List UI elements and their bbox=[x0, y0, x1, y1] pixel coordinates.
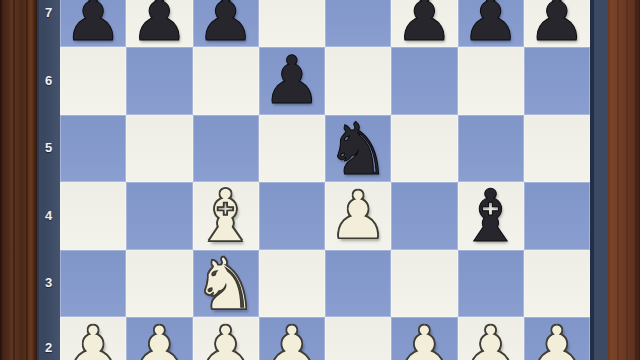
square-c3[interactable]: ♞ bbox=[193, 250, 259, 317]
square-d5[interactable] bbox=[259, 115, 325, 182]
wood-table-right-edge bbox=[608, 0, 640, 360]
square-f3[interactable] bbox=[391, 250, 457, 317]
rank-label-6: 6 bbox=[37, 72, 60, 90]
square-d3[interactable] bbox=[259, 250, 325, 317]
rank-label-2: 2 bbox=[37, 339, 60, 357]
square-h7[interactable]: ♟ bbox=[524, 0, 590, 47]
square-h2[interactable]: ♟ bbox=[524, 317, 590, 360]
white-pawn[interactable]: ♟ bbox=[130, 318, 189, 360]
square-f5[interactable] bbox=[391, 115, 457, 182]
square-g2[interactable]: ♟ bbox=[458, 317, 524, 360]
square-c7[interactable]: ♟ bbox=[193, 0, 259, 47]
square-g7[interactable]: ♟ bbox=[458, 0, 524, 47]
rank-label-3: 3 bbox=[37, 274, 60, 292]
board-frame-right bbox=[590, 0, 608, 360]
square-e2[interactable] bbox=[325, 317, 391, 360]
rank-label-5: 5 bbox=[37, 139, 60, 157]
white-pawn[interactable]: ♟ bbox=[395, 318, 454, 360]
black-pawn[interactable]: ♟ bbox=[461, 0, 520, 51]
square-g3[interactable] bbox=[458, 250, 524, 317]
square-a7[interactable]: ♟ bbox=[60, 0, 126, 47]
white-pawn[interactable]: ♟ bbox=[461, 318, 520, 360]
black-pawn[interactable]: ♟ bbox=[395, 0, 454, 51]
square-b5[interactable] bbox=[126, 115, 192, 182]
rank-label-7: 7 bbox=[37, 4, 60, 22]
square-f6[interactable] bbox=[391, 47, 457, 115]
square-e6[interactable] bbox=[325, 47, 391, 115]
black-pawn[interactable]: ♟ bbox=[64, 0, 123, 51]
black-pawn[interactable]: ♟ bbox=[262, 48, 321, 114]
square-d2[interactable]: ♟ bbox=[259, 317, 325, 360]
square-h4[interactable] bbox=[524, 182, 590, 250]
wood-table-left-edge bbox=[0, 0, 37, 360]
square-a6[interactable] bbox=[60, 47, 126, 115]
square-d4[interactable] bbox=[259, 182, 325, 250]
square-a4[interactable] bbox=[60, 182, 126, 250]
square-f4[interactable] bbox=[391, 182, 457, 250]
board: ♟♟♟♟♟♟♟♞♝♟♝♞♟♟♟♟♟♟♟ bbox=[60, 0, 590, 360]
square-e3[interactable] bbox=[325, 250, 391, 317]
square-b7[interactable]: ♟ bbox=[126, 0, 192, 47]
board-frame-rank-labels: 765432 bbox=[37, 0, 60, 360]
square-d7[interactable] bbox=[259, 0, 325, 47]
white-pawn[interactable]: ♟ bbox=[64, 318, 123, 360]
square-b6[interactable] bbox=[126, 47, 192, 115]
white-pawn[interactable]: ♟ bbox=[262, 318, 321, 360]
square-h3[interactable] bbox=[524, 250, 590, 317]
black-pawn[interactable]: ♟ bbox=[196, 0, 255, 51]
black-knight[interactable]: ♞ bbox=[326, 113, 391, 185]
square-g5[interactable] bbox=[458, 115, 524, 182]
square-e7[interactable] bbox=[325, 0, 391, 47]
chess-scene: 765432 ♟♟♟♟♟♟♟♞♝♟♝♞♟♟♟♟♟♟♟ bbox=[0, 0, 640, 360]
square-e4[interactable]: ♟ bbox=[325, 182, 391, 250]
square-c2[interactable]: ♟ bbox=[193, 317, 259, 360]
white-pawn[interactable]: ♟ bbox=[329, 183, 388, 249]
square-a2[interactable]: ♟ bbox=[60, 317, 126, 360]
square-c6[interactable] bbox=[193, 47, 259, 115]
square-h6[interactable] bbox=[524, 47, 590, 115]
black-pawn[interactable]: ♟ bbox=[527, 0, 586, 51]
square-h5[interactable] bbox=[524, 115, 590, 182]
white-pawn[interactable]: ♟ bbox=[196, 318, 255, 360]
black-pawn[interactable]: ♟ bbox=[130, 0, 189, 51]
square-g4[interactable]: ♝ bbox=[458, 182, 524, 250]
square-g6[interactable] bbox=[458, 47, 524, 115]
white-knight[interactable]: ♞ bbox=[193, 248, 258, 320]
square-b2[interactable]: ♟ bbox=[126, 317, 192, 360]
square-f7[interactable]: ♟ bbox=[391, 0, 457, 47]
square-f2[interactable]: ♟ bbox=[391, 317, 457, 360]
rank-label-4: 4 bbox=[37, 207, 60, 225]
black-bishop[interactable]: ♝ bbox=[458, 180, 523, 252]
square-c4[interactable]: ♝ bbox=[193, 182, 259, 250]
square-b4[interactable] bbox=[126, 182, 192, 250]
square-e5[interactable]: ♞ bbox=[325, 115, 391, 182]
square-a5[interactable] bbox=[60, 115, 126, 182]
square-c5[interactable] bbox=[193, 115, 259, 182]
square-b3[interactable] bbox=[126, 250, 192, 317]
square-a3[interactable] bbox=[60, 250, 126, 317]
white-pawn[interactable]: ♟ bbox=[527, 318, 586, 360]
square-d6[interactable]: ♟ bbox=[259, 47, 325, 115]
